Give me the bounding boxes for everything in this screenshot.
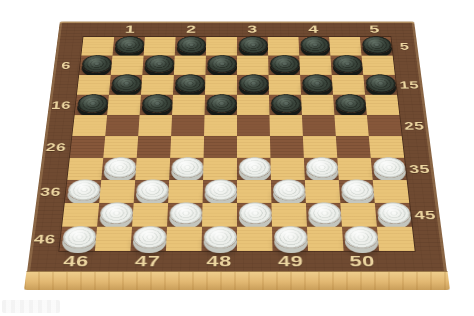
square-12[interactable] — [173, 75, 205, 95]
white-man-45[interactable] — [377, 202, 412, 224]
square-3[interactable] — [237, 37, 268, 56]
coord-label-left-0: 6 — [61, 60, 72, 70]
square-41[interactable] — [97, 203, 134, 227]
black-man-20[interactable] — [335, 94, 367, 113]
square-light — [268, 37, 300, 56]
square-light — [340, 203, 377, 227]
white-man-40[interactable] — [341, 179, 375, 200]
square-light — [99, 180, 135, 203]
square-37[interactable] — [134, 180, 169, 203]
coord-label-top-0: 1 — [125, 23, 136, 34]
square-light — [337, 158, 372, 180]
square-light — [168, 180, 203, 203]
black-man-8[interactable] — [207, 55, 236, 73]
square-light — [77, 75, 111, 95]
square-13[interactable] — [237, 75, 269, 95]
square-light — [334, 115, 368, 136]
white-man-48[interactable] — [204, 226, 237, 249]
black-man-19[interactable] — [271, 94, 302, 113]
black-man-13[interactable] — [239, 74, 269, 93]
square-23[interactable] — [237, 115, 270, 136]
black-man-5[interactable] — [362, 36, 393, 54]
square-40[interactable] — [339, 180, 375, 203]
white-man-42[interactable] — [169, 202, 202, 224]
square-35[interactable] — [371, 158, 407, 180]
square-light — [237, 95, 269, 115]
black-man-1[interactable] — [115, 36, 145, 54]
square-50[interactable] — [342, 227, 379, 251]
coord-label-top-4: 5 — [369, 23, 380, 34]
coord-label-right-2: 25 — [403, 120, 424, 131]
square-34[interactable] — [304, 158, 339, 180]
coord-label-top-2: 3 — [247, 23, 257, 34]
coord-label-bottom-4: 50 — [349, 254, 376, 269]
white-man-50[interactable] — [344, 226, 379, 249]
square-45[interactable] — [375, 203, 412, 227]
square-26[interactable] — [70, 136, 105, 158]
square-light — [206, 37, 237, 56]
square-48[interactable] — [201, 227, 237, 251]
white-man-46[interactable] — [62, 226, 97, 249]
square-light — [205, 75, 237, 95]
black-man-18[interactable] — [207, 94, 237, 113]
square-light — [138, 115, 172, 136]
square-light — [170, 136, 204, 158]
square-light — [301, 95, 334, 115]
square-32[interactable] — [169, 158, 203, 180]
square-24[interactable] — [302, 115, 336, 136]
white-man-37[interactable] — [136, 179, 169, 200]
watermark — [2, 300, 60, 313]
square-light — [95, 227, 132, 251]
square-39[interactable] — [271, 180, 306, 203]
white-man-36[interactable] — [67, 179, 101, 200]
square-light — [62, 203, 99, 227]
square-9[interactable] — [268, 56, 300, 75]
square-30[interactable] — [336, 136, 371, 158]
board-photo: 123454647484950616263646515253545 — [0, 0, 474, 316]
square-light — [332, 75, 365, 95]
white-man-49[interactable] — [274, 226, 308, 249]
square-light — [329, 37, 361, 56]
square-light — [81, 37, 114, 56]
square-25[interactable] — [367, 115, 402, 136]
coord-label-right-4: 45 — [414, 209, 437, 221]
square-light — [269, 115, 302, 136]
square-17[interactable] — [140, 95, 173, 115]
black-man-4[interactable] — [300, 36, 330, 54]
black-man-12[interactable] — [175, 74, 205, 93]
black-man-16[interactable] — [77, 94, 109, 113]
black-man-14[interactable] — [302, 74, 333, 93]
square-33[interactable] — [237, 158, 271, 180]
square-light — [377, 227, 415, 251]
square-43[interactable] — [237, 203, 272, 227]
square-light — [204, 115, 237, 136]
square-14[interactable] — [300, 75, 333, 95]
square-light — [299, 56, 331, 75]
square-light — [166, 227, 202, 251]
coord-label-bottom-2: 48 — [206, 254, 231, 269]
square-1[interactable] — [112, 37, 144, 56]
black-man-7[interactable] — [144, 55, 174, 73]
square-15[interactable] — [363, 75, 397, 95]
white-man-44[interactable] — [308, 202, 342, 224]
square-light — [305, 180, 340, 203]
square-31[interactable] — [101, 158, 136, 180]
square-18[interactable] — [205, 95, 237, 115]
square-light — [135, 158, 170, 180]
square-light — [67, 158, 103, 180]
square-11[interactable] — [109, 75, 142, 95]
square-light — [141, 75, 174, 95]
white-man-39[interactable] — [273, 179, 306, 200]
coord-label-right-1: 15 — [399, 79, 420, 89]
coord-label-top-1: 2 — [186, 23, 197, 34]
black-man-2[interactable] — [177, 36, 206, 54]
square-light — [365, 95, 399, 115]
black-man-6[interactable] — [81, 55, 112, 73]
square-light — [270, 158, 304, 180]
square-22[interactable] — [171, 115, 204, 136]
square-10[interactable] — [330, 56, 363, 75]
square-light — [144, 37, 176, 56]
square-light — [72, 115, 107, 136]
square-20[interactable] — [333, 95, 367, 115]
square-42[interactable] — [167, 203, 203, 227]
black-man-10[interactable] — [332, 55, 363, 73]
black-man-17[interactable] — [142, 94, 173, 113]
square-36[interactable] — [65, 180, 102, 203]
square-light — [172, 95, 205, 115]
square-8[interactable] — [205, 56, 237, 75]
board-front-edge — [24, 271, 450, 290]
square-light — [237, 227, 273, 251]
square-light — [111, 56, 144, 75]
coord-label-bottom-0: 46 — [63, 254, 90, 269]
square-2[interactable] — [175, 37, 207, 56]
playing-grid — [59, 37, 414, 251]
square-44[interactable] — [306, 203, 342, 227]
white-man-41[interactable] — [99, 202, 133, 224]
white-man-47[interactable] — [133, 226, 167, 249]
square-light — [271, 203, 307, 227]
square-49[interactable] — [272, 227, 308, 251]
coord-label-right-0: 5 — [399, 41, 410, 51]
white-man-43[interactable] — [239, 202, 272, 224]
square-light — [203, 158, 237, 180]
square-light — [369, 136, 404, 158]
black-man-3[interactable] — [239, 36, 268, 54]
square-light — [303, 136, 337, 158]
square-29[interactable] — [270, 136, 304, 158]
coord-label-left-4: 46 — [33, 232, 56, 245]
white-man-33[interactable] — [239, 157, 271, 178]
white-man-35[interactable] — [373, 157, 407, 178]
square-light — [307, 227, 344, 251]
square-light — [237, 56, 269, 75]
square-46[interactable] — [59, 227, 97, 251]
square-27[interactable] — [137, 136, 171, 158]
white-man-34[interactable] — [306, 157, 339, 178]
coord-label-bottom-1: 47 — [134, 254, 160, 269]
square-16[interactable] — [75, 95, 109, 115]
white-man-31[interactable] — [104, 157, 137, 178]
black-man-11[interactable] — [111, 74, 142, 93]
black-man-9[interactable] — [270, 55, 300, 73]
coord-label-left-1: 16 — [51, 99, 72, 110]
square-light — [132, 203, 168, 227]
square-light — [103, 136, 138, 158]
square-light — [269, 75, 301, 95]
square-5[interactable] — [360, 37, 393, 56]
square-21[interactable] — [105, 115, 139, 136]
square-28[interactable] — [204, 136, 237, 158]
coord-label-bottom-3: 49 — [278, 254, 304, 269]
square-light — [174, 56, 206, 75]
square-light — [237, 180, 271, 203]
square-47[interactable] — [130, 227, 167, 251]
square-4[interactable] — [298, 37, 330, 56]
coord-label-left-3: 36 — [39, 185, 62, 197]
draughts-board: 123454647484950616263646515253545 — [27, 22, 447, 272]
square-6[interactable] — [79, 56, 112, 75]
white-man-32[interactable] — [171, 157, 203, 178]
coord-label-top-3: 4 — [308, 23, 319, 34]
square-38[interactable] — [203, 180, 237, 203]
black-man-15[interactable] — [365, 74, 397, 93]
square-light — [373, 180, 410, 203]
square-light — [107, 95, 141, 115]
coord-label-left-2: 26 — [45, 141, 67, 152]
square-light — [362, 56, 395, 75]
square-7[interactable] — [142, 56, 174, 75]
coord-label-right-3: 35 — [408, 163, 430, 175]
square-light — [202, 203, 237, 227]
square-light — [237, 136, 270, 158]
white-man-38[interactable] — [205, 179, 237, 200]
square-19[interactable] — [269, 95, 302, 115]
